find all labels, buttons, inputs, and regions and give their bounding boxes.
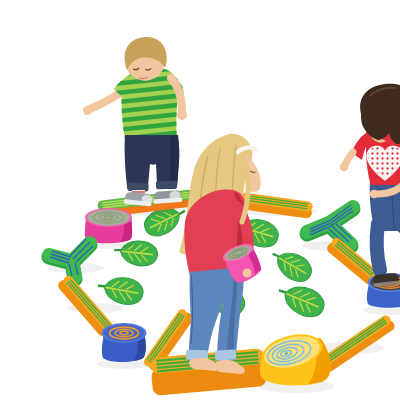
boy-front-fist <box>177 110 187 120</box>
boy-back-hand <box>83 106 92 115</box>
boy-shoe-right <box>153 190 183 204</box>
product-photo <box>40 16 400 400</box>
girl-center-hand <box>243 269 252 278</box>
scene-canvas <box>40 16 400 400</box>
stepping-stone-blue-left <box>102 323 147 362</box>
